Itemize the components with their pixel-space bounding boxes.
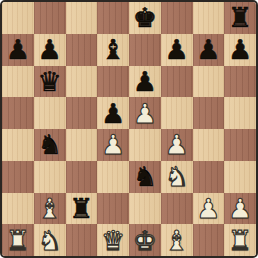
square-a7[interactable]: ♟	[2, 34, 34, 66]
black-knight-b4[interactable]: ♞	[38, 129, 62, 160]
black-pawn-b7[interactable]: ♟	[38, 34, 62, 65]
square-b2[interactable]: ♝	[34, 193, 66, 225]
square-d2[interactable]	[97, 193, 129, 225]
square-b4[interactable]: ♞	[34, 129, 66, 161]
black-knight-e3[interactable]: ♞	[133, 161, 157, 192]
square-c8[interactable]	[66, 2, 98, 34]
square-c4[interactable]	[66, 129, 98, 161]
square-h3[interactable]	[224, 161, 256, 193]
square-f7[interactable]: ♟	[161, 34, 193, 66]
white-pawn-g2[interactable]: ♟	[196, 193, 220, 224]
black-pawn-e6[interactable]: ♟	[133, 66, 157, 97]
black-rook-h8[interactable]: ♜	[228, 2, 252, 33]
square-e8[interactable]: ♚	[129, 2, 161, 34]
square-b7[interactable]: ♟	[34, 34, 66, 66]
square-f2[interactable]	[161, 193, 193, 225]
square-d5[interactable]: ♟	[97, 97, 129, 129]
square-h1[interactable]: ♜	[224, 224, 256, 256]
square-f3[interactable]: ♞	[161, 161, 193, 193]
square-a5[interactable]	[2, 97, 34, 129]
square-h5[interactable]	[224, 97, 256, 129]
square-h7[interactable]: ♟	[224, 34, 256, 66]
black-bishop-d7[interactable]: ♝	[101, 34, 125, 65]
square-f5[interactable]	[161, 97, 193, 129]
white-pawn-f4[interactable]: ♟	[165, 129, 189, 160]
square-d3[interactable]	[97, 161, 129, 193]
square-e6[interactable]: ♟	[129, 66, 161, 98]
square-f4[interactable]: ♟	[161, 129, 193, 161]
square-a1[interactable]: ♜	[2, 224, 34, 256]
black-rook-c2[interactable]: ♜	[69, 193, 93, 224]
black-pawn-g7[interactable]: ♟	[196, 34, 220, 65]
square-e5[interactable]: ♟	[129, 97, 161, 129]
white-queen-d1[interactable]: ♛	[101, 225, 125, 256]
white-rook-a1[interactable]: ♜	[6, 225, 30, 256]
square-e1[interactable]: ♚	[129, 224, 161, 256]
square-h4[interactable]	[224, 129, 256, 161]
square-f6[interactable]	[161, 66, 193, 98]
square-c1[interactable]	[66, 224, 98, 256]
square-h6[interactable]	[224, 66, 256, 98]
black-pawn-h7[interactable]: ♟	[228, 34, 252, 65]
black-pawn-a7[interactable]: ♟	[6, 34, 30, 65]
square-f8[interactable]	[161, 2, 193, 34]
white-knight-b1[interactable]: ♞	[38, 225, 62, 256]
square-a3[interactable]	[2, 161, 34, 193]
square-a8[interactable]	[2, 2, 34, 34]
square-c6[interactable]	[66, 66, 98, 98]
square-e3[interactable]: ♞	[129, 161, 161, 193]
square-h8[interactable]: ♜	[224, 2, 256, 34]
black-king-e8[interactable]: ♚	[133, 2, 157, 33]
square-b3[interactable]	[34, 161, 66, 193]
square-g5[interactable]	[193, 97, 225, 129]
square-c5[interactable]	[66, 97, 98, 129]
square-d8[interactable]	[97, 2, 129, 34]
square-g8[interactable]	[193, 2, 225, 34]
square-g4[interactable]	[193, 129, 225, 161]
square-a4[interactable]	[2, 129, 34, 161]
square-g6[interactable]	[193, 66, 225, 98]
white-bishop-b2[interactable]: ♝	[38, 193, 62, 224]
square-e2[interactable]	[129, 193, 161, 225]
square-b5[interactable]	[34, 97, 66, 129]
square-d7[interactable]: ♝	[97, 34, 129, 66]
white-bishop-f1[interactable]: ♝	[165, 225, 189, 256]
square-b1[interactable]: ♞	[34, 224, 66, 256]
square-h2[interactable]: ♟	[224, 193, 256, 225]
black-queen-b6[interactable]: ♛	[38, 66, 62, 97]
black-pawn-f7[interactable]: ♟	[165, 34, 189, 65]
white-king-e1[interactable]: ♚	[133, 225, 157, 256]
square-b8[interactable]	[34, 2, 66, 34]
square-d4[interactable]: ♟	[97, 129, 129, 161]
square-g7[interactable]: ♟	[193, 34, 225, 66]
chess-board: ♚♜♟♟♝♟♟♟♛♟♟♟♞♟♟♞♞♝♜♟♟♜♞♛♚♝♜	[0, 0, 258, 258]
square-e4[interactable]	[129, 129, 161, 161]
square-b6[interactable]: ♛	[34, 66, 66, 98]
square-e7[interactable]	[129, 34, 161, 66]
square-a2[interactable]	[2, 193, 34, 225]
white-knight-f3[interactable]: ♞	[165, 161, 189, 192]
square-g2[interactable]: ♟	[193, 193, 225, 225]
square-d6[interactable]	[97, 66, 129, 98]
square-c7[interactable]	[66, 34, 98, 66]
black-pawn-d5[interactable]: ♟	[101, 98, 125, 129]
square-c3[interactable]	[66, 161, 98, 193]
white-pawn-e5[interactable]: ♟	[133, 98, 157, 129]
white-pawn-d4[interactable]: ♟	[101, 129, 125, 160]
square-a6[interactable]	[2, 66, 34, 98]
white-rook-h1[interactable]: ♜	[228, 225, 252, 256]
white-pawn-h2[interactable]: ♟	[228, 193, 252, 224]
square-c2[interactable]: ♜	[66, 193, 98, 225]
square-f1[interactable]: ♝	[161, 224, 193, 256]
square-d1[interactable]: ♛	[97, 224, 129, 256]
square-g1[interactable]	[193, 224, 225, 256]
square-g3[interactable]	[193, 161, 225, 193]
